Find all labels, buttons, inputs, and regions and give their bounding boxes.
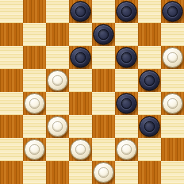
black-man-d8[interactable] [70, 1, 91, 22]
square-e7[interactable] [92, 23, 115, 46]
square-g1[interactable] [138, 161, 161, 184]
black-man-f8[interactable] [116, 1, 137, 22]
square-f3[interactable] [115, 115, 138, 138]
square-h3[interactable] [161, 115, 184, 138]
square-d1[interactable] [69, 161, 92, 184]
square-e8[interactable] [92, 0, 115, 23]
square-h4[interactable] [161, 92, 184, 115]
square-b7[interactable] [23, 23, 46, 46]
square-d5[interactable] [69, 69, 92, 92]
square-a3[interactable] [0, 115, 23, 138]
square-e2[interactable] [92, 138, 115, 161]
square-a8[interactable] [0, 0, 23, 23]
black-man-h8[interactable] [162, 1, 183, 22]
square-e3[interactable] [92, 115, 115, 138]
square-d2[interactable] [69, 138, 92, 161]
white-man-c3[interactable] [47, 116, 68, 137]
square-g8[interactable] [138, 0, 161, 23]
square-d8[interactable] [69, 0, 92, 23]
square-f5[interactable] [115, 69, 138, 92]
square-g6[interactable] [138, 46, 161, 69]
square-c3[interactable] [46, 115, 69, 138]
square-h7[interactable] [161, 23, 184, 46]
white-man-b2[interactable] [24, 139, 45, 160]
black-man-f4[interactable] [116, 93, 137, 114]
square-a2[interactable] [0, 138, 23, 161]
square-f1[interactable] [115, 161, 138, 184]
square-c7[interactable] [46, 23, 69, 46]
square-e6[interactable] [92, 46, 115, 69]
square-f2[interactable] [115, 138, 138, 161]
square-f7[interactable] [115, 23, 138, 46]
square-g5[interactable] [138, 69, 161, 92]
white-man-e1[interactable] [93, 162, 114, 183]
square-c6[interactable] [46, 46, 69, 69]
square-b6[interactable] [23, 46, 46, 69]
square-a4[interactable] [0, 92, 23, 115]
square-g7[interactable] [138, 23, 161, 46]
white-man-d2[interactable] [70, 139, 91, 160]
white-man-h6[interactable] [162, 47, 183, 68]
square-g2[interactable] [138, 138, 161, 161]
square-d4[interactable] [69, 92, 92, 115]
square-c2[interactable] [46, 138, 69, 161]
black-man-g5[interactable] [139, 70, 160, 91]
square-f6[interactable] [115, 46, 138, 69]
square-e4[interactable] [92, 92, 115, 115]
square-b8[interactable] [23, 0, 46, 23]
square-h8[interactable] [161, 0, 184, 23]
square-e5[interactable] [92, 69, 115, 92]
square-b4[interactable] [23, 92, 46, 115]
square-g3[interactable] [138, 115, 161, 138]
square-c1[interactable] [46, 161, 69, 184]
square-f8[interactable] [115, 0, 138, 23]
square-a5[interactable] [0, 69, 23, 92]
square-e1[interactable] [92, 161, 115, 184]
black-man-e7[interactable] [93, 24, 114, 45]
square-d6[interactable] [69, 46, 92, 69]
white-man-h4[interactable] [162, 93, 183, 114]
square-f4[interactable] [115, 92, 138, 115]
square-b3[interactable] [23, 115, 46, 138]
square-c8[interactable] [46, 0, 69, 23]
square-d3[interactable] [69, 115, 92, 138]
square-a7[interactable] [0, 23, 23, 46]
white-man-b4[interactable] [24, 93, 45, 114]
square-b1[interactable] [23, 161, 46, 184]
square-a6[interactable] [0, 46, 23, 69]
black-man-f6[interactable] [116, 47, 137, 68]
square-c5[interactable] [46, 69, 69, 92]
black-man-g3[interactable] [139, 116, 160, 137]
black-man-d6[interactable] [70, 47, 91, 68]
square-h1[interactable] [161, 161, 184, 184]
square-h2[interactable] [161, 138, 184, 161]
square-b2[interactable] [23, 138, 46, 161]
square-h6[interactable] [161, 46, 184, 69]
white-man-c5[interactable] [47, 70, 68, 91]
square-g4[interactable] [138, 92, 161, 115]
board [0, 0, 184, 184]
square-h5[interactable] [161, 69, 184, 92]
square-a1[interactable] [0, 161, 23, 184]
square-b5[interactable] [23, 69, 46, 92]
square-c4[interactable] [46, 92, 69, 115]
square-d7[interactable] [69, 23, 92, 46]
white-man-f2[interactable] [116, 139, 137, 160]
